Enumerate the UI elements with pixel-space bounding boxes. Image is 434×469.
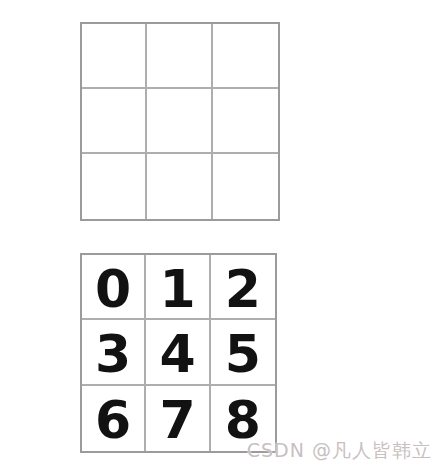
empty-grid-cell-5 <box>213 89 278 154</box>
numbered-grid-cell-2: 2 <box>211 255 275 320</box>
numbered-grid-cell-4: 4 <box>146 320 210 385</box>
numbered-grid-cell-0: 0 <box>82 255 146 320</box>
empty-grid-cell-7 <box>147 154 212 219</box>
numbered-grid-cell-3: 3 <box>82 320 146 385</box>
empty-grid-cell-4 <box>147 89 212 154</box>
empty-grid-cell-3 <box>82 89 147 154</box>
numbered-grid: 0 1 2 3 4 5 6 7 8 <box>80 253 277 453</box>
empty-grid-cell-0 <box>82 24 147 89</box>
numbered-grid-cell-7: 7 <box>146 386 210 451</box>
numbered-grid-cell-6: 6 <box>82 386 146 451</box>
empty-grid <box>80 22 280 221</box>
empty-grid-cell-6 <box>82 154 147 219</box>
numbered-grid-cell-5: 5 <box>211 320 275 385</box>
numbered-grid-cell-1: 1 <box>146 255 210 320</box>
empty-grid-cell-2 <box>213 24 278 89</box>
empty-grid-cell-1 <box>147 24 212 89</box>
watermark-text: CSDN @凡人皆韩立 <box>247 438 432 464</box>
empty-grid-cell-8 <box>213 154 278 219</box>
page: 0 1 2 3 4 5 6 7 8 CSDN @凡人皆韩立 <box>0 0 434 469</box>
